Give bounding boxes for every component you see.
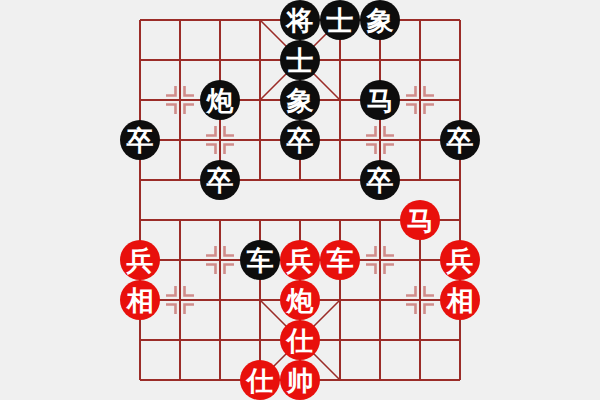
- piece-black-elephant[interactable]: 象: [280, 80, 320, 120]
- piece-red-elephant[interactable]: 相: [440, 280, 480, 320]
- piece-red-soldier[interactable]: 兵: [440, 240, 480, 280]
- piece-red-soldier[interactable]: 兵: [120, 240, 160, 280]
- piece-black-soldier[interactable]: 卒: [200, 160, 240, 200]
- piece-red-general[interactable]: 帅: [280, 360, 320, 400]
- xiangqi-board[interactable]: 将士象士炮象马卒卒卒卒卒马兵车兵车兵相炮相仕仕帅: [120, 0, 480, 400]
- piece-red-elephant[interactable]: 相: [120, 280, 160, 320]
- piece-black-advisor[interactable]: 士: [280, 40, 320, 80]
- piece-black-cannon[interactable]: 炮: [200, 80, 240, 120]
- piece-black-soldier[interactable]: 卒: [120, 120, 160, 160]
- piece-red-advisor[interactable]: 仕: [280, 320, 320, 360]
- piece-black-soldier[interactable]: 卒: [360, 160, 400, 200]
- xiangqi-app: 将士象士炮象马卒卒卒卒卒马兵车兵车兵相炮相仕仕帅: [0, 0, 600, 400]
- piece-red-advisor[interactable]: 仕: [240, 360, 280, 400]
- piece-black-horse[interactable]: 马: [360, 80, 400, 120]
- piece-black-soldier[interactable]: 卒: [440, 120, 480, 160]
- piece-black-advisor[interactable]: 士: [320, 0, 360, 40]
- piece-red-soldier[interactable]: 兵: [280, 240, 320, 280]
- piece-red-horse[interactable]: 马: [400, 200, 440, 240]
- piece-black-soldier[interactable]: 卒: [280, 120, 320, 160]
- piece-black-chariot[interactable]: 车: [240, 240, 280, 280]
- piece-black-general[interactable]: 将: [280, 0, 320, 40]
- piece-red-cannon[interactable]: 炮: [280, 280, 320, 320]
- piece-red-chariot[interactable]: 车: [320, 240, 360, 280]
- piece-black-elephant[interactable]: 象: [360, 0, 400, 40]
